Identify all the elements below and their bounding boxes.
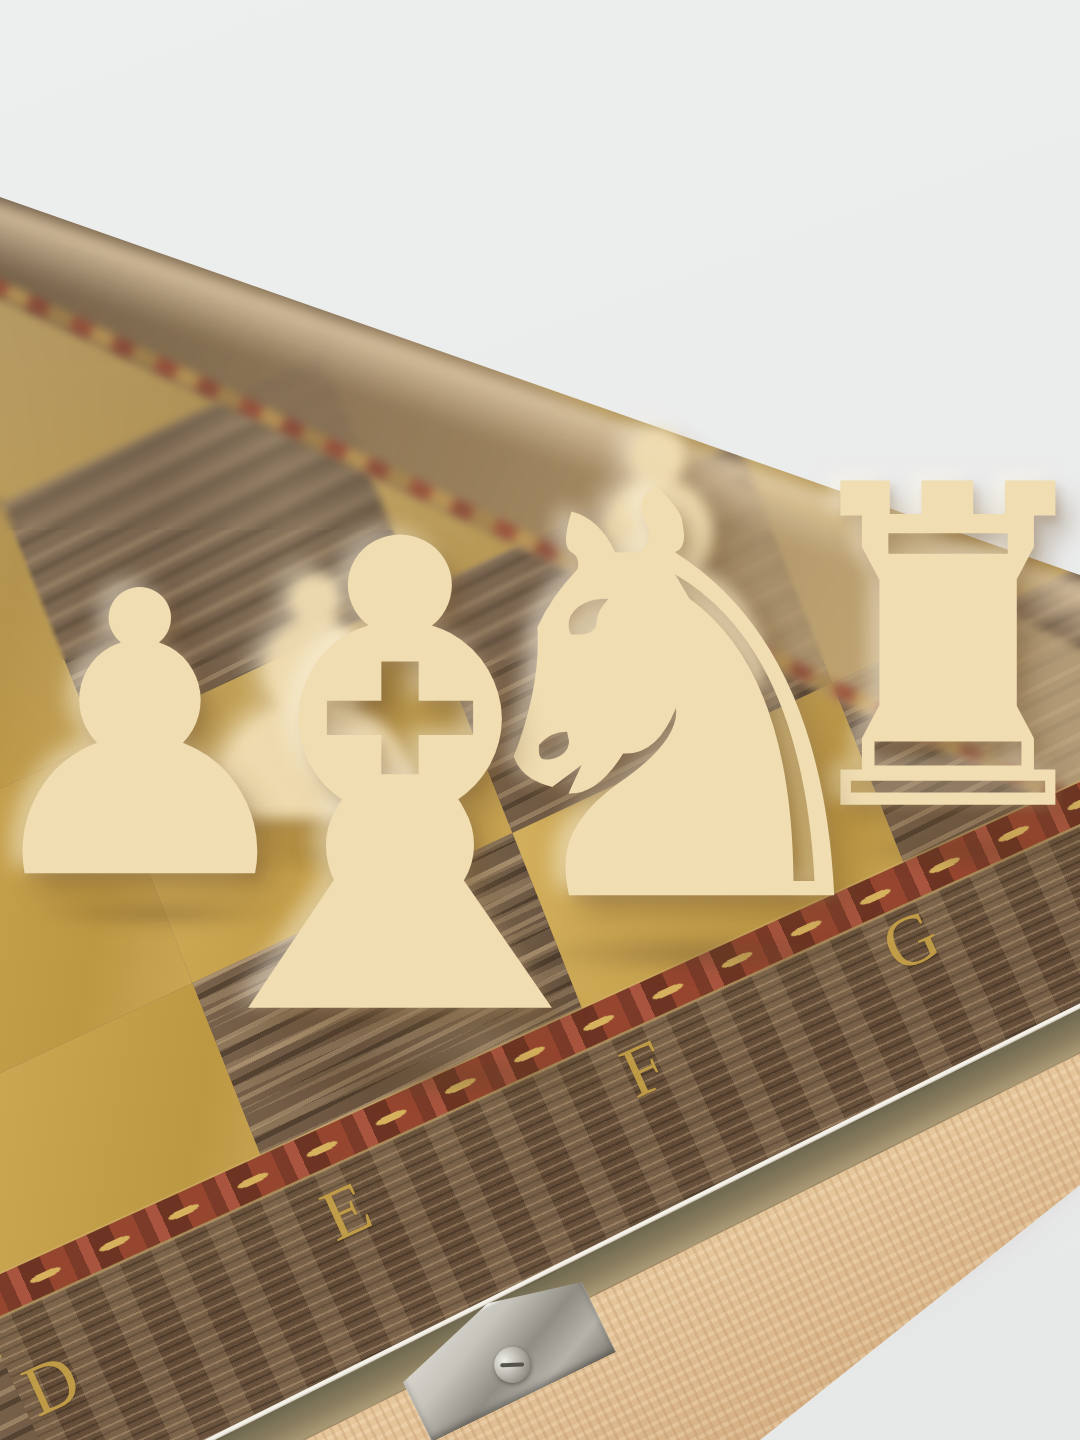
hinge-screw-icon	[488, 1341, 536, 1389]
product-photo: DEFG ♟♝♞♜♟♟	[0, 0, 1080, 1440]
file-label-F: F	[611, 1028, 677, 1110]
file-label-G: G	[872, 897, 949, 984]
file-label-E: E	[311, 1169, 381, 1253]
